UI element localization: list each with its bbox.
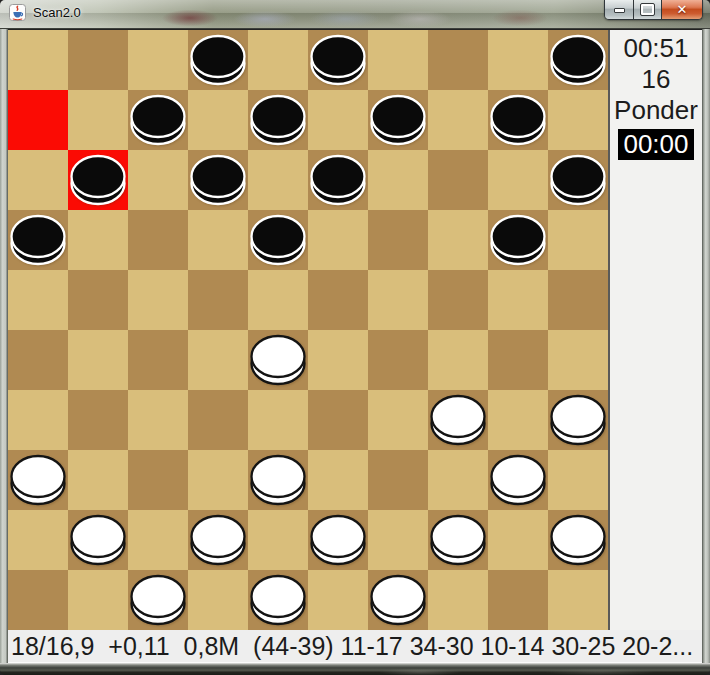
square-5[interactable] [548, 30, 608, 90]
square-light [428, 570, 488, 630]
square-29[interactable] [368, 330, 428, 390]
square-9[interactable] [368, 90, 428, 150]
square-light [308, 210, 368, 270]
square-light [248, 270, 308, 330]
square-light [8, 510, 68, 570]
square-2[interactable] [188, 30, 248, 90]
square-38[interactable] [248, 450, 308, 510]
square-20[interactable] [488, 210, 548, 270]
engine-search-info: 18/16,9 +0,11 0,8M (44-39) 11-17 34-30 1… [11, 632, 693, 661]
square-24[interactable] [428, 270, 488, 330]
ponder-clock-line: 00:00 [610, 126, 702, 160]
square-27[interactable] [128, 330, 188, 390]
square-light [68, 570, 128, 630]
white-man-square-42[interactable] [188, 510, 248, 570]
board [8, 30, 608, 630]
maximize-icon [641, 4, 654, 15]
square-light [248, 30, 308, 90]
square-light [188, 330, 248, 390]
square-44[interactable] [428, 510, 488, 570]
square-light [128, 150, 188, 210]
window-border-left [0, 29, 8, 665]
square-46[interactable] [8, 570, 68, 630]
square-light [548, 330, 608, 390]
engine-side-panel: 00:51 16 Ponder 00:00 [608, 30, 702, 630]
square-light [548, 210, 608, 270]
square-light [548, 90, 608, 150]
square-23[interactable] [308, 270, 368, 330]
square-light [188, 210, 248, 270]
square-33[interactable] [308, 390, 368, 450]
black-man-square-2[interactable] [188, 30, 248, 90]
square-25[interactable] [548, 270, 608, 330]
square-18[interactable] [248, 210, 308, 270]
white-man-square-36[interactable] [8, 450, 68, 510]
square-30[interactable] [488, 330, 548, 390]
square-light [368, 30, 428, 90]
window-border-bottom [0, 663, 710, 675]
black-man-square-7[interactable] [128, 90, 188, 150]
square-light [68, 450, 128, 510]
black-man-square-5[interactable] [548, 30, 608, 90]
square-35[interactable] [548, 390, 608, 450]
square-40[interactable] [488, 450, 548, 510]
square-12[interactable] [188, 150, 248, 210]
square-31[interactable] [68, 390, 128, 450]
square-43[interactable] [308, 510, 368, 570]
square-light [308, 90, 368, 150]
white-man-square-45[interactable] [548, 510, 608, 570]
square-47[interactable] [128, 570, 188, 630]
title-bar[interactable]: Scan2.0 ✕ [0, 0, 710, 29]
square-21[interactable] [68, 270, 128, 330]
maximize-button[interactable] [634, 0, 662, 19]
title-area: Scan2.0 [9, 4, 81, 21]
square-light [128, 510, 188, 570]
square-light [548, 570, 608, 630]
window-controls: ✕ [604, 0, 703, 20]
square-1[interactable] [68, 30, 128, 90]
square-41[interactable] [68, 510, 128, 570]
square-19[interactable] [368, 210, 428, 270]
square-36[interactable] [8, 450, 68, 510]
square-light [428, 450, 488, 510]
square-light [128, 270, 188, 330]
move-number: 16 [610, 64, 702, 95]
square-light [488, 390, 548, 450]
minimize-icon [614, 8, 625, 13]
white-man-square-38[interactable] [248, 450, 308, 510]
square-light [548, 450, 608, 510]
mode-label: Ponder [610, 95, 702, 126]
black-man-square-9[interactable] [368, 90, 428, 150]
square-34[interactable] [428, 390, 488, 450]
square-light [368, 270, 428, 330]
square-light [488, 150, 548, 210]
white-man-square-28[interactable] [248, 330, 308, 390]
square-light [368, 390, 428, 450]
engine-status-bar: 18/16,9 +0,11 0,8M (44-39) 11-17 34-30 1… [8, 630, 702, 663]
minimize-button[interactable] [605, 0, 634, 19]
square-28[interactable] [248, 330, 308, 390]
square-light [68, 330, 128, 390]
square-light [188, 450, 248, 510]
square-light [488, 30, 548, 90]
square-light [488, 510, 548, 570]
black-man-square-13[interactable] [308, 150, 368, 210]
clock-display: 00:51 [610, 33, 702, 64]
close-button[interactable]: ✕ [662, 0, 702, 19]
black-man-square-12[interactable] [188, 150, 248, 210]
square-6[interactable] [8, 90, 68, 150]
square-light [428, 330, 488, 390]
square-light [308, 330, 368, 390]
square-14[interactable] [428, 150, 488, 210]
square-light [8, 30, 68, 90]
square-32[interactable] [188, 390, 248, 450]
black-man-square-11[interactable] [68, 150, 128, 210]
square-13[interactable] [308, 150, 368, 210]
black-man-square-16[interactable] [8, 210, 68, 270]
white-man-square-40[interactable] [488, 450, 548, 510]
square-light [248, 510, 308, 570]
square-8[interactable] [248, 90, 308, 150]
square-16[interactable] [8, 210, 68, 270]
black-man-square-8[interactable] [248, 90, 308, 150]
square-light [68, 90, 128, 150]
white-man-square-47[interactable] [128, 570, 188, 630]
black-man-square-20[interactable] [488, 210, 548, 270]
square-light [368, 150, 428, 210]
white-man-square-41[interactable] [68, 510, 128, 570]
square-39[interactable] [368, 450, 428, 510]
app-window: Scan2.0 ✕ 00:51 16 Ponder 00:00 18/16,9 … [0, 0, 710, 675]
white-man-square-35[interactable] [548, 390, 608, 450]
square-37[interactable] [128, 450, 188, 510]
square-light [488, 270, 548, 330]
white-man-square-48[interactable] [248, 570, 308, 630]
square-light [8, 150, 68, 210]
square-49[interactable] [368, 570, 428, 630]
square-light [188, 570, 248, 630]
white-man-square-34[interactable] [428, 390, 488, 450]
square-light [248, 150, 308, 210]
square-light [8, 270, 68, 330]
white-man-square-44[interactable] [428, 510, 488, 570]
square-light [428, 210, 488, 270]
white-man-square-43[interactable] [308, 510, 368, 570]
square-42[interactable] [188, 510, 248, 570]
square-light [308, 570, 368, 630]
square-3[interactable] [308, 30, 368, 90]
square-7[interactable] [128, 90, 188, 150]
square-light [128, 30, 188, 90]
square-4[interactable] [428, 30, 488, 90]
square-45[interactable] [548, 510, 608, 570]
square-26[interactable] [8, 330, 68, 390]
white-man-square-49[interactable] [368, 570, 428, 630]
square-11[interactable] [68, 150, 128, 210]
square-light [188, 90, 248, 150]
square-48[interactable] [248, 570, 308, 630]
window-border-right [702, 29, 710, 665]
square-light [248, 390, 308, 450]
square-light [368, 510, 428, 570]
java-coffee-cup-icon [9, 4, 26, 21]
black-man-square-3[interactable] [308, 30, 368, 90]
window-title: Scan2.0 [33, 5, 81, 20]
square-17[interactable] [128, 210, 188, 270]
square-light [428, 90, 488, 150]
square-15[interactable] [548, 150, 608, 210]
square-light [128, 390, 188, 450]
black-man-square-18[interactable] [248, 210, 308, 270]
square-22[interactable] [188, 270, 248, 330]
square-light [308, 450, 368, 510]
ponder-clock: 00:00 [618, 129, 693, 160]
black-man-square-10[interactable] [488, 90, 548, 150]
close-icon: ✕ [677, 3, 688, 16]
square-light [8, 390, 68, 450]
square-50[interactable] [488, 570, 548, 630]
black-man-square-15[interactable] [548, 150, 608, 210]
square-light [68, 210, 128, 270]
square-10[interactable] [488, 90, 548, 150]
